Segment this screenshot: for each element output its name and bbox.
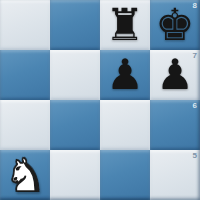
square-f8[interactable] <box>50 0 100 50</box>
square-e5[interactable]: ♞ <box>0 150 50 200</box>
rank-label-5: 5 <box>193 151 197 160</box>
square-g7[interactable]: ♟ <box>100 50 150 100</box>
square-h7[interactable]: 7♟ <box>150 50 200 100</box>
square-e8[interactable] <box>0 0 50 50</box>
square-g8[interactable]: ♜ <box>100 0 150 50</box>
square-e6[interactable] <box>0 100 50 150</box>
square-g5[interactable] <box>100 150 150 200</box>
black-pawn-piece[interactable]: ♟ <box>106 50 144 100</box>
square-h8[interactable]: 8♚ <box>150 0 200 50</box>
black-king-piece[interactable]: ♚ <box>155 0 194 50</box>
square-g6[interactable] <box>100 100 150 150</box>
chess-board: ♜8♚♟7♟6♞5 <box>0 0 200 200</box>
square-h5[interactable]: 5 <box>150 150 200 200</box>
square-f5[interactable] <box>50 150 100 200</box>
square-e7[interactable] <box>0 50 50 100</box>
square-f7[interactable] <box>50 50 100 100</box>
square-h6[interactable]: 6 <box>150 100 200 150</box>
rank-label-6: 6 <box>193 101 197 110</box>
black-rook-piece[interactable]: ♜ <box>105 0 144 50</box>
black-pawn-piece[interactable]: ♟ <box>156 50 194 100</box>
square-f6[interactable] <box>50 100 100 150</box>
white-knight-piece[interactable]: ♞ <box>4 150 45 200</box>
